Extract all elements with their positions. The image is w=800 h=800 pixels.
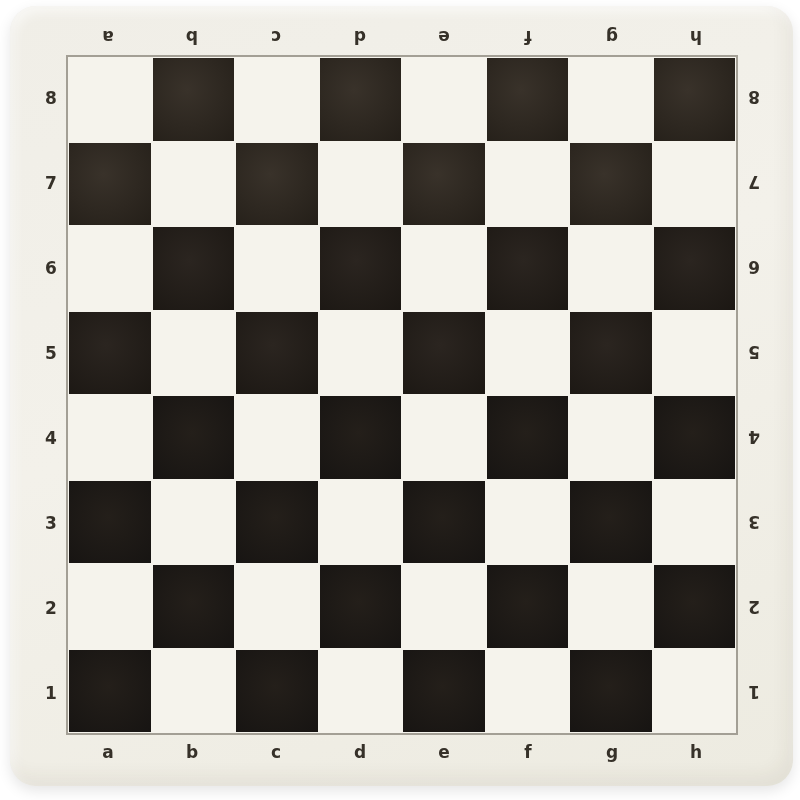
square-c2[interactable] xyxy=(236,565,318,648)
square-a4[interactable] xyxy=(69,396,151,479)
square-b3[interactable] xyxy=(153,481,235,564)
square-f5[interactable] xyxy=(487,312,569,395)
square-b8[interactable] xyxy=(153,58,235,141)
square-a1[interactable] xyxy=(69,650,151,733)
file-label-bottom-d: d xyxy=(318,739,402,765)
square-b4[interactable] xyxy=(153,396,235,479)
rank-label-left-1: 1 xyxy=(38,650,64,735)
square-a3[interactable] xyxy=(69,481,151,564)
square-g5[interactable] xyxy=(570,312,652,395)
square-g6[interactable] xyxy=(570,227,652,310)
square-f8[interactable] xyxy=(487,58,569,141)
file-label-top-g: g xyxy=(570,24,654,50)
square-g1[interactable] xyxy=(570,650,652,733)
rank-label-right-5: 5 xyxy=(741,310,767,395)
file-label-top-h: h xyxy=(654,24,738,50)
square-h8[interactable] xyxy=(654,58,736,141)
rank-label-right-1: 1 xyxy=(741,650,767,735)
square-b6[interactable] xyxy=(153,227,235,310)
product-photo-scene: abcdefgh abcdefgh 87654321 87654321 xyxy=(0,0,800,800)
square-d1[interactable] xyxy=(320,650,402,733)
rank-label-left-4: 4 xyxy=(38,395,64,480)
file-label-top-a: a xyxy=(66,24,150,50)
square-d6[interactable] xyxy=(320,227,402,310)
square-h1[interactable] xyxy=(654,650,736,733)
file-label-bottom-f: f xyxy=(486,739,570,765)
square-a6[interactable] xyxy=(69,227,151,310)
square-c7[interactable] xyxy=(236,143,318,226)
rank-label-left-2: 2 xyxy=(38,565,64,650)
square-a8[interactable] xyxy=(69,58,151,141)
square-g7[interactable] xyxy=(570,143,652,226)
square-e2[interactable] xyxy=(403,565,485,648)
square-c1[interactable] xyxy=(236,650,318,733)
rank-label-right-2: 2 xyxy=(741,565,767,650)
file-label-top-e: e xyxy=(402,24,486,50)
square-f3[interactable] xyxy=(487,481,569,564)
rank-labels-right: 87654321 xyxy=(741,55,767,735)
rank-label-left-6: 6 xyxy=(38,225,64,310)
square-d7[interactable] xyxy=(320,143,402,226)
file-label-top-c: c xyxy=(234,24,318,50)
square-g4[interactable] xyxy=(570,396,652,479)
square-a5[interactable] xyxy=(69,312,151,395)
rank-labels-left: 87654321 xyxy=(38,55,64,735)
square-d8[interactable] xyxy=(320,58,402,141)
rank-label-left-3: 3 xyxy=(38,480,64,565)
square-f7[interactable] xyxy=(487,143,569,226)
square-c4[interactable] xyxy=(236,396,318,479)
file-label-bottom-g: g xyxy=(570,739,654,765)
rank-label-left-5: 5 xyxy=(38,310,64,395)
file-label-bottom-a: a xyxy=(66,739,150,765)
file-label-top-b: b xyxy=(150,24,234,50)
square-e7[interactable] xyxy=(403,143,485,226)
square-d5[interactable] xyxy=(320,312,402,395)
rank-label-left-7: 7 xyxy=(38,140,64,225)
file-label-bottom-e: e xyxy=(402,739,486,765)
square-d2[interactable] xyxy=(320,565,402,648)
rank-label-left-8: 8 xyxy=(38,55,64,140)
square-g2[interactable] xyxy=(570,565,652,648)
square-e6[interactable] xyxy=(403,227,485,310)
square-g8[interactable] xyxy=(570,58,652,141)
square-e4[interactable] xyxy=(403,396,485,479)
square-e8[interactable] xyxy=(403,58,485,141)
chess-board xyxy=(66,55,738,735)
file-label-top-f: f xyxy=(486,24,570,50)
square-e3[interactable] xyxy=(403,481,485,564)
square-f4[interactable] xyxy=(487,396,569,479)
rank-label-right-4: 4 xyxy=(741,395,767,480)
file-label-top-d: d xyxy=(318,24,402,50)
square-d4[interactable] xyxy=(320,396,402,479)
square-b5[interactable] xyxy=(153,312,235,395)
square-c3[interactable] xyxy=(236,481,318,564)
square-a2[interactable] xyxy=(69,565,151,648)
square-b2[interactable] xyxy=(153,565,235,648)
file-label-bottom-b: b xyxy=(150,739,234,765)
rank-label-right-7: 7 xyxy=(741,140,767,225)
square-f1[interactable] xyxy=(487,650,569,733)
square-h7[interactable] xyxy=(654,143,736,226)
square-d3[interactable] xyxy=(320,481,402,564)
square-f2[interactable] xyxy=(487,565,569,648)
square-e5[interactable] xyxy=(403,312,485,395)
file-label-bottom-h: h xyxy=(654,739,738,765)
square-h4[interactable] xyxy=(654,396,736,479)
square-c8[interactable] xyxy=(236,58,318,141)
square-f6[interactable] xyxy=(487,227,569,310)
square-h6[interactable] xyxy=(654,227,736,310)
rank-label-right-3: 3 xyxy=(741,480,767,565)
file-labels-top: abcdefgh xyxy=(66,24,738,50)
square-g3[interactable] xyxy=(570,481,652,564)
square-c5[interactable] xyxy=(236,312,318,395)
square-h2[interactable] xyxy=(654,565,736,648)
square-h3[interactable] xyxy=(654,481,736,564)
square-h5[interactable] xyxy=(654,312,736,395)
square-a7[interactable] xyxy=(69,143,151,226)
square-b7[interactable] xyxy=(153,143,235,226)
square-c6[interactable] xyxy=(236,227,318,310)
rank-label-right-8: 8 xyxy=(741,55,767,140)
board-mat: abcdefgh abcdefgh 87654321 87654321 xyxy=(10,6,793,786)
square-b1[interactable] xyxy=(153,650,235,733)
square-e1[interactable] xyxy=(403,650,485,733)
file-label-bottom-c: c xyxy=(234,739,318,765)
file-labels-bottom: abcdefgh xyxy=(66,739,738,765)
rank-label-right-6: 6 xyxy=(741,225,767,310)
